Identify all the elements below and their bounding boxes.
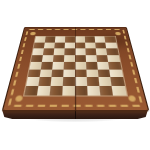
box-side-panel — [2, 110, 148, 120]
square-h3 — [110, 69, 123, 77]
square-h1 — [112, 86, 126, 95]
square-h2 — [111, 77, 125, 86]
square-d4 — [64, 62, 75, 69]
square-e2 — [76, 77, 88, 86]
square-d5 — [65, 55, 76, 62]
square-d3 — [64, 69, 76, 77]
square-e3 — [76, 69, 88, 77]
square-d2 — [63, 77, 75, 86]
box-side-fold-seam — [75, 110, 76, 120]
chess-board — [2, 27, 149, 111]
square-c3 — [52, 69, 64, 77]
square-e4 — [76, 62, 87, 69]
square-h4 — [109, 62, 122, 69]
square-d1 — [63, 86, 76, 95]
square-c1 — [50, 86, 63, 95]
square-c2 — [51, 77, 64, 86]
square-e1 — [76, 86, 89, 95]
product-photo — [0, 0, 150, 150]
square-h5 — [108, 55, 120, 62]
square-c4 — [53, 62, 65, 69]
